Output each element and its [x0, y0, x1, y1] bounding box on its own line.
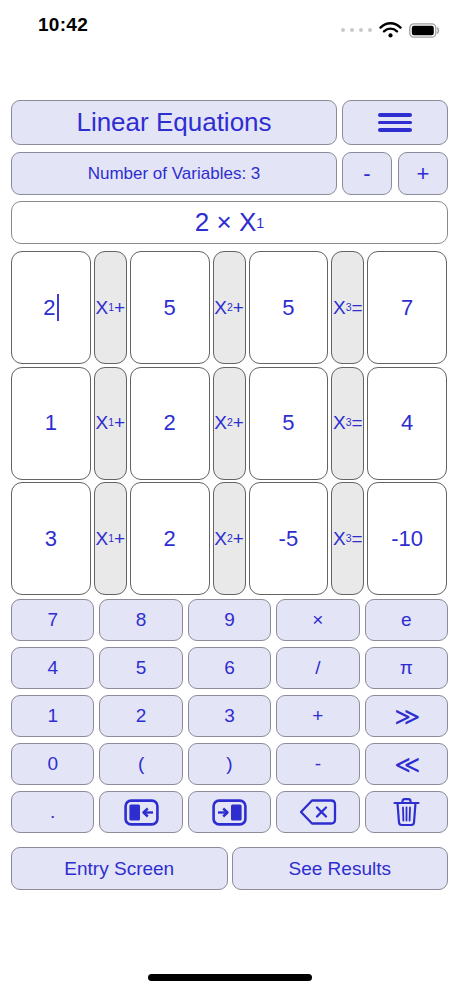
key-next-field[interactable] [188, 791, 271, 833]
next-field-icon [212, 799, 247, 826]
matrix-cell-r0c1[interactable]: 5 [130, 251, 210, 364]
menu-button[interactable] [342, 100, 448, 145]
matrix-var-label-x3: X3= [331, 367, 364, 480]
footer: Entry Screen See Results [11, 847, 448, 890]
key-0[interactable]: 0 [11, 743, 94, 785]
keypad: 7 8 9 × e 4 5 6 / π 1 2 3 + ≫ 0 ( ) - ≪ … [11, 599, 448, 833]
key-1[interactable]: 1 [11, 695, 94, 737]
matrix-var-label-x1: X1+ [94, 251, 127, 364]
key-8[interactable]: 8 [99, 599, 182, 641]
increase-variables-button[interactable]: + [398, 152, 448, 195]
key-5[interactable]: 5 [99, 647, 182, 689]
page-title: Linear Equations [76, 107, 271, 138]
key-close-paren[interactable]: ) [188, 743, 271, 785]
battery-icon [409, 23, 440, 38]
matrix-cell-r2c2[interactable]: -5 [249, 482, 329, 595]
key-decimal[interactable]: . [11, 791, 94, 833]
key-e[interactable]: e [365, 599, 448, 641]
key-clear-all[interactable] [365, 791, 448, 833]
app-screen: 10:42 Linear Equations [0, 0, 460, 995]
key-6[interactable]: 6 [188, 647, 271, 689]
matrix-cell-r0c2[interactable]: 5 [249, 251, 329, 364]
equation-matrix: 2 X1+ 5 X2+ 5 X3= 7 1 X1+ 2 X2+ 5 X3= 4 … [11, 251, 447, 595]
matrix-cell-r2c3[interactable]: -10 [367, 482, 447, 595]
key-divide[interactable]: / [276, 647, 359, 689]
clock: 10:42 [38, 14, 88, 36]
number-of-variables-label: Number of Variables: 3 [88, 164, 261, 184]
matrix-var-label-x2: X2+ [213, 367, 246, 480]
matrix-cell-r1c0[interactable]: 1 [11, 367, 91, 480]
key-3[interactable]: 3 [188, 695, 271, 737]
key-backspace[interactable] [276, 791, 359, 833]
matrix-var-label-x1: X1+ [94, 367, 127, 480]
key-prev-field[interactable] [99, 791, 182, 833]
key-multiply[interactable]: × [276, 599, 359, 641]
key-7[interactable]: 7 [11, 599, 94, 641]
matrix-cell-r2c0[interactable]: 3 [11, 482, 91, 595]
app-title-button[interactable]: Linear Equations [11, 100, 337, 145]
key-minus[interactable]: - [276, 743, 359, 785]
wifi-icon [379, 22, 402, 38]
key-shift-right[interactable]: ≫ [365, 695, 448, 737]
matrix-cell-r2c1[interactable]: 2 [130, 482, 210, 595]
text-cursor [57, 294, 59, 321]
key-shift-left[interactable]: ≪ [365, 743, 448, 785]
matrix-cell-r1c1[interactable]: 2 [130, 367, 210, 480]
matrix-var-label-x2: X2+ [213, 482, 246, 595]
home-indicator[interactable] [148, 974, 312, 981]
see-results-button[interactable]: See Results [232, 847, 449, 890]
backspace-icon [298, 798, 338, 826]
matrix-cell-r0c0[interactable]: 2 [11, 251, 91, 364]
matrix-cell-r1c3[interactable]: 4 [367, 367, 447, 480]
decrease-variables-button[interactable]: - [342, 152, 392, 195]
matrix-var-label-x2: X2+ [213, 251, 246, 364]
key-open-paren[interactable]: ( [99, 743, 182, 785]
matrix-var-label-x3: X3= [331, 482, 364, 595]
cellular-signal-icon [341, 28, 372, 32]
hamburger-icon [378, 113, 412, 132]
status-icons [341, 22, 440, 38]
entry-screen-button[interactable]: Entry Screen [11, 847, 228, 890]
number-of-variables-button[interactable]: Number of Variables: 3 [11, 152, 337, 195]
matrix-cell-r1c2[interactable]: 5 [249, 367, 329, 480]
entry-display: 2 × X1 [11, 201, 448, 244]
key-9[interactable]: 9 [188, 599, 271, 641]
key-plus[interactable]: + [276, 695, 359, 737]
matrix-var-label-x3: X3= [331, 251, 364, 364]
entry-display-text: 2 × X [195, 207, 256, 238]
prev-field-icon [124, 799, 159, 826]
matrix-cell-r0c3[interactable]: 7 [367, 251, 447, 364]
trash-icon [393, 797, 420, 827]
key-pi[interactable]: π [365, 647, 448, 689]
key-4[interactable]: 4 [11, 647, 94, 689]
matrix-var-label-x1: X1+ [94, 482, 127, 595]
key-2[interactable]: 2 [99, 695, 182, 737]
status-bar: 10:42 [0, 0, 460, 50]
